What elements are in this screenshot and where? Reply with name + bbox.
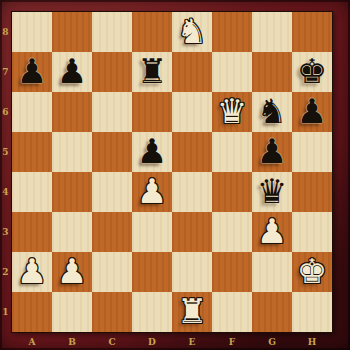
file-label-d: D (132, 333, 172, 350)
square-c8[interactable] (92, 12, 132, 52)
file-label-f: F (212, 333, 252, 350)
square-c3[interactable] (92, 212, 132, 252)
rank-label-3: 3 (0, 212, 11, 252)
square-f3[interactable] (212, 212, 252, 252)
square-h2[interactable]: ♚ (292, 252, 332, 292)
square-c2[interactable] (92, 252, 132, 292)
square-h8[interactable] (292, 12, 332, 52)
square-a6[interactable] (12, 92, 52, 132)
piece-black-rook[interactable]: ♜ (137, 54, 167, 88)
square-g3[interactable]: ♟ (252, 212, 292, 252)
chess-board: ♞♟♟♜♚♛♞♟♟♟♟♛♟♟♟♚♜ (11, 11, 333, 333)
file-label-h: H (292, 333, 332, 350)
square-d1[interactable] (132, 292, 172, 332)
square-a2[interactable]: ♟ (12, 252, 52, 292)
square-e5[interactable] (172, 132, 212, 172)
square-g8[interactable] (252, 12, 292, 52)
square-d5[interactable]: ♟ (132, 132, 172, 172)
square-h4[interactable] (292, 172, 332, 212)
square-b3[interactable] (52, 212, 92, 252)
piece-black-pawn[interactable]: ♟ (137, 134, 167, 168)
square-g2[interactable] (252, 252, 292, 292)
square-g5[interactable]: ♟ (252, 132, 292, 172)
square-f8[interactable] (212, 12, 252, 52)
square-h1[interactable] (292, 292, 332, 332)
square-f5[interactable] (212, 132, 252, 172)
rank-label-2: 2 (0, 252, 11, 292)
piece-white-pawn[interactable]: ♟ (17, 254, 47, 288)
file-label-g: G (252, 333, 292, 350)
square-a5[interactable] (12, 132, 52, 172)
rank-label-1: 1 (0, 292, 11, 332)
square-g7[interactable] (252, 52, 292, 92)
square-c6[interactable] (92, 92, 132, 132)
square-g1[interactable] (252, 292, 292, 332)
square-b1[interactable] (52, 292, 92, 332)
square-e7[interactable] (172, 52, 212, 92)
piece-black-pawn[interactable]: ♟ (57, 54, 87, 88)
square-b6[interactable] (52, 92, 92, 132)
square-d2[interactable] (132, 252, 172, 292)
square-d4[interactable]: ♟ (132, 172, 172, 212)
square-d7[interactable]: ♜ (132, 52, 172, 92)
square-e1[interactable]: ♜ (172, 292, 212, 332)
square-a1[interactable] (12, 292, 52, 332)
square-b8[interactable] (52, 12, 92, 52)
square-b2[interactable]: ♟ (52, 252, 92, 292)
square-a7[interactable]: ♟ (12, 52, 52, 92)
piece-black-pawn[interactable]: ♟ (297, 94, 327, 128)
square-d8[interactable] (132, 12, 172, 52)
piece-black-pawn[interactable]: ♟ (257, 134, 287, 168)
square-e8[interactable]: ♞ (172, 12, 212, 52)
chess-board-frame: ♞♟♟♜♚♛♞♟♟♟♟♛♟♟♟♚♜ 87654321ABCDEFGH (0, 0, 350, 350)
rank-label-7: 7 (0, 52, 11, 92)
square-f7[interactable] (212, 52, 252, 92)
square-d6[interactable] (132, 92, 172, 132)
square-b5[interactable] (52, 132, 92, 172)
rank-label-5: 5 (0, 132, 11, 172)
file-label-e: E (172, 333, 212, 350)
piece-white-knight[interactable]: ♞ (177, 14, 207, 48)
square-h3[interactable] (292, 212, 332, 252)
square-f2[interactable] (212, 252, 252, 292)
square-e2[interactable] (172, 252, 212, 292)
square-h6[interactable]: ♟ (292, 92, 332, 132)
piece-black-king[interactable]: ♚ (297, 54, 327, 88)
square-e6[interactable] (172, 92, 212, 132)
piece-black-knight[interactable]: ♞ (257, 94, 287, 128)
piece-white-pawn[interactable]: ♟ (257, 214, 287, 248)
square-e4[interactable] (172, 172, 212, 212)
rank-label-4: 4 (0, 172, 11, 212)
square-c7[interactable] (92, 52, 132, 92)
piece-black-queen[interactable]: ♛ (257, 174, 287, 208)
square-g6[interactable]: ♞ (252, 92, 292, 132)
square-a8[interactable] (12, 12, 52, 52)
piece-white-queen[interactable]: ♛ (217, 94, 247, 128)
square-c4[interactable] (92, 172, 132, 212)
piece-white-rook[interactable]: ♜ (177, 294, 207, 328)
piece-black-pawn[interactable]: ♟ (17, 54, 47, 88)
rank-label-6: 6 (0, 92, 11, 132)
piece-white-pawn[interactable]: ♟ (57, 254, 87, 288)
file-label-a: A (12, 333, 52, 350)
rank-label-8: 8 (0, 12, 11, 52)
square-f1[interactable] (212, 292, 252, 332)
file-label-b: B (52, 333, 92, 350)
piece-white-pawn[interactable]: ♟ (137, 174, 167, 208)
square-h5[interactable] (292, 132, 332, 172)
square-b4[interactable] (52, 172, 92, 212)
square-c1[interactable] (92, 292, 132, 332)
square-h7[interactable]: ♚ (292, 52, 332, 92)
file-label-c: C (92, 333, 132, 350)
square-a4[interactable] (12, 172, 52, 212)
square-b7[interactable]: ♟ (52, 52, 92, 92)
square-d3[interactable] (132, 212, 172, 252)
square-g4[interactable]: ♛ (252, 172, 292, 212)
square-f6[interactable]: ♛ (212, 92, 252, 132)
square-a3[interactable] (12, 212, 52, 252)
square-f4[interactable] (212, 172, 252, 212)
square-c5[interactable] (92, 132, 132, 172)
piece-white-king[interactable]: ♚ (297, 254, 327, 288)
square-e3[interactable] (172, 212, 212, 252)
